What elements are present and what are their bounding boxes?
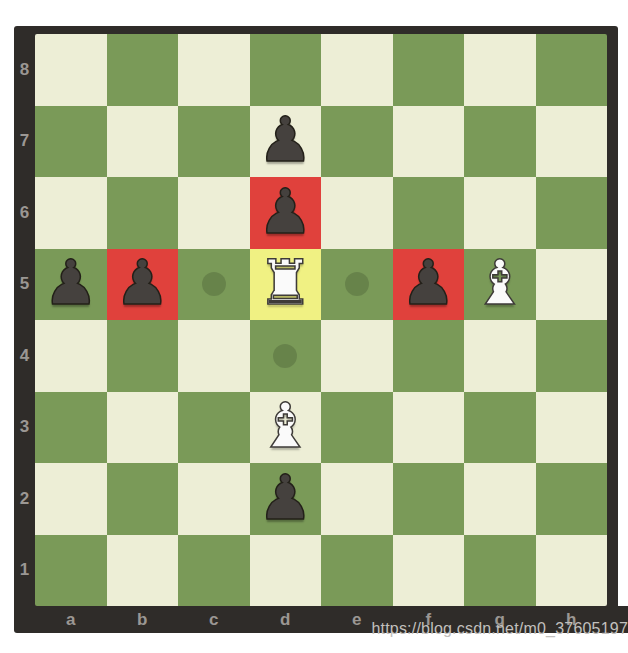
- square-g2[interactable]: [464, 463, 536, 535]
- rank-label-8: 8: [14, 34, 35, 106]
- rank-label-7: 7: [14, 106, 35, 178]
- square-f5[interactable]: ♟: [393, 249, 465, 321]
- square-e7[interactable]: [321, 106, 393, 178]
- square-e3[interactable]: [321, 392, 393, 464]
- rank-label-1: 1: [14, 535, 35, 607]
- square-g4[interactable]: [464, 320, 536, 392]
- square-b7[interactable]: [107, 106, 179, 178]
- move-hint-dot-d4[interactable]: [273, 344, 297, 368]
- square-a7[interactable]: [35, 106, 107, 178]
- file-label-d: d: [250, 606, 322, 633]
- file-label-a: a: [35, 606, 107, 633]
- file-label-b: b: [107, 606, 179, 633]
- square-a8[interactable]: [35, 34, 107, 106]
- rank-label-2: 2: [14, 463, 35, 535]
- square-f8[interactable]: [393, 34, 465, 106]
- piece-white-rook-d5[interactable]: ♜: [257, 247, 313, 319]
- square-g3[interactable]: [464, 392, 536, 464]
- square-e4[interactable]: [321, 320, 393, 392]
- square-c4[interactable]: [178, 320, 250, 392]
- square-e6[interactable]: [321, 177, 393, 249]
- square-c7[interactable]: [178, 106, 250, 178]
- piece-black-pawn-d2[interactable]: ♟: [257, 462, 313, 534]
- rank-coordinates: 87654321: [14, 34, 35, 606]
- square-e8[interactable]: [321, 34, 393, 106]
- square-d5[interactable]: ♜: [250, 249, 322, 321]
- square-g7[interactable]: [464, 106, 536, 178]
- square-h7[interactable]: [536, 106, 608, 178]
- move-hint-dot-c5[interactable]: [202, 272, 226, 296]
- piece-black-pawn-a5[interactable]: ♟: [43, 247, 99, 319]
- square-a3[interactable]: [35, 392, 107, 464]
- file-label-c: c: [178, 606, 250, 633]
- rank-label-5: 5: [14, 249, 35, 321]
- square-b2[interactable]: [107, 463, 179, 535]
- square-b4[interactable]: [107, 320, 179, 392]
- square-h5[interactable]: [536, 249, 608, 321]
- square-f7[interactable]: [393, 106, 465, 178]
- piece-black-pawn-f5[interactable]: ♟: [400, 247, 456, 319]
- square-b5[interactable]: ♟: [107, 249, 179, 321]
- square-f4[interactable]: [393, 320, 465, 392]
- piece-black-pawn-d6[interactable]: ♟: [257, 176, 313, 248]
- piece-black-pawn-d7[interactable]: ♟: [257, 104, 313, 176]
- square-h6[interactable]: [536, 177, 608, 249]
- square-b1[interactable]: [107, 535, 179, 607]
- square-h1[interactable]: [536, 535, 608, 607]
- square-h2[interactable]: [536, 463, 608, 535]
- square-d2[interactable]: ♟: [250, 463, 322, 535]
- chess-diagram: 87654321 ♟♟♟♟♜♟♝♝♟ abcdefgh https://blog…: [0, 0, 628, 653]
- square-c6[interactable]: [178, 177, 250, 249]
- piece-white-bishop-d3[interactable]: ♝: [257, 390, 313, 462]
- square-d3[interactable]: ♝: [250, 392, 322, 464]
- square-g1[interactable]: [464, 535, 536, 607]
- square-g6[interactable]: [464, 177, 536, 249]
- square-b3[interactable]: [107, 392, 179, 464]
- square-d7[interactable]: ♟: [250, 106, 322, 178]
- square-a2[interactable]: [35, 463, 107, 535]
- square-b6[interactable]: [107, 177, 179, 249]
- square-g8[interactable]: [464, 34, 536, 106]
- square-d4[interactable]: [250, 320, 322, 392]
- square-c1[interactable]: [178, 535, 250, 607]
- square-a6[interactable]: [35, 177, 107, 249]
- square-e2[interactable]: [321, 463, 393, 535]
- square-d6[interactable]: ♟: [250, 177, 322, 249]
- square-f3[interactable]: [393, 392, 465, 464]
- square-c8[interactable]: [178, 34, 250, 106]
- square-h8[interactable]: [536, 34, 608, 106]
- square-h4[interactable]: [536, 320, 608, 392]
- square-g5[interactable]: ♝: [464, 249, 536, 321]
- square-a5[interactable]: ♟: [35, 249, 107, 321]
- square-d8[interactable]: [250, 34, 322, 106]
- watermark-url: https://blog.csdn.net/m0_37605197: [371, 620, 628, 638]
- rank-label-6: 6: [14, 177, 35, 249]
- square-a4[interactable]: [35, 320, 107, 392]
- square-b8[interactable]: [107, 34, 179, 106]
- square-f2[interactable]: [393, 463, 465, 535]
- piece-white-bishop-g5[interactable]: ♝: [472, 247, 528, 319]
- square-c2[interactable]: [178, 463, 250, 535]
- piece-black-pawn-b5[interactable]: ♟: [114, 247, 170, 319]
- square-c5[interactable]: [178, 249, 250, 321]
- chess-board: ♟♟♟♟♜♟♝♝♟: [35, 34, 607, 606]
- square-e1[interactable]: [321, 535, 393, 607]
- square-e5[interactable]: [321, 249, 393, 321]
- square-c3[interactable]: [178, 392, 250, 464]
- square-a1[interactable]: [35, 535, 107, 607]
- rank-label-3: 3: [14, 392, 35, 464]
- square-d1[interactable]: [250, 535, 322, 607]
- square-h3[interactable]: [536, 392, 608, 464]
- square-f6[interactable]: [393, 177, 465, 249]
- board-frame: 87654321 ♟♟♟♟♜♟♝♝♟ abcdefgh: [14, 26, 618, 633]
- move-hint-dot-e5[interactable]: [345, 272, 369, 296]
- rank-label-4: 4: [14, 320, 35, 392]
- square-f1[interactable]: [393, 535, 465, 607]
